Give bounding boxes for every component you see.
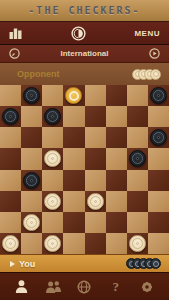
square-r0c4[interactable] <box>85 85 106 106</box>
square-r1c7[interactable] <box>148 106 169 127</box>
black-man[interactable] <box>44 108 61 125</box>
square-r7c2[interactable] <box>42 233 63 254</box>
leaderboard-icon[interactable] <box>9 27 22 39</box>
you-captured-tray <box>126 258 161 269</box>
square-r0c6[interactable] <box>127 85 148 106</box>
square-r0c0[interactable] <box>0 85 21 106</box>
top-nav-bar: MENU <box>0 22 169 44</box>
square-r4c1[interactable] <box>21 170 42 191</box>
captured-black-chip <box>150 258 161 269</box>
opponent-label: Opponent <box>17 69 60 79</box>
square-r5c7[interactable] <box>148 191 169 212</box>
opponent-captured-tray <box>132 69 161 80</box>
square-r2c2[interactable] <box>42 127 63 148</box>
square-r4c4[interactable] <box>85 170 106 191</box>
turn-arrow-icon <box>10 261 15 267</box>
square-r7c5[interactable] <box>106 233 127 254</box>
white-man[interactable] <box>2 235 19 252</box>
square-r4c0[interactable] <box>0 170 21 191</box>
square-r3c3[interactable] <box>63 148 84 169</box>
square-r5c3[interactable] <box>63 191 84 212</box>
piece-color-indicator-icon[interactable] <box>71 26 86 41</box>
board[interactable] <box>0 85 169 254</box>
square-r0c2[interactable] <box>42 85 63 106</box>
square-r7c7[interactable] <box>148 233 169 254</box>
game-clock-icon[interactable] <box>9 48 20 59</box>
square-r2c4[interactable] <box>85 127 106 148</box>
square-r1c4[interactable] <box>85 106 106 127</box>
square-r7c0[interactable] <box>0 233 21 254</box>
black-man[interactable] <box>23 172 40 189</box>
square-r3c0[interactable] <box>0 148 21 169</box>
white-man[interactable] <box>44 235 61 252</box>
square-r5c4[interactable] <box>85 191 106 212</box>
black-man[interactable] <box>23 87 40 104</box>
checkers-app: -THE CHECKERS- MENU Internat <box>0 0 169 300</box>
square-r0c7[interactable] <box>148 85 169 106</box>
mode-bar: International <box>0 44 169 62</box>
square-r4c5[interactable] <box>106 170 127 191</box>
square-r4c3[interactable] <box>63 170 84 191</box>
square-r7c1[interactable] <box>21 233 42 254</box>
square-r3c2[interactable] <box>42 148 63 169</box>
single-player-icon[interactable] <box>12 277 32 297</box>
square-r3c6[interactable] <box>127 148 148 169</box>
square-r3c4[interactable] <box>85 148 106 169</box>
white-king[interactable] <box>65 87 82 104</box>
white-man[interactable] <box>23 214 40 231</box>
square-r1c5[interactable] <box>106 106 127 127</box>
settings-icon[interactable] <box>137 277 157 297</box>
square-r6c7[interactable] <box>148 212 169 233</box>
square-r1c1[interactable] <box>21 106 42 127</box>
square-r5c5[interactable] <box>106 191 127 212</box>
square-r4c6[interactable] <box>127 170 148 191</box>
square-r7c6[interactable] <box>127 233 148 254</box>
square-r6c6[interactable] <box>127 212 148 233</box>
square-r6c3[interactable] <box>63 212 84 233</box>
white-man[interactable] <box>87 193 104 210</box>
black-man[interactable] <box>129 150 146 167</box>
white-man[interactable] <box>44 150 61 167</box>
square-r6c4[interactable] <box>85 212 106 233</box>
square-r2c6[interactable] <box>127 127 148 148</box>
square-r4c2[interactable] <box>42 170 63 191</box>
title-bar: -THE CHECKERS- <box>0 0 169 22</box>
square-r6c2[interactable] <box>42 212 63 233</box>
variant-label[interactable]: International <box>60 49 108 58</box>
square-r2c0[interactable] <box>0 127 21 148</box>
two-players-icon[interactable] <box>43 277 63 297</box>
square-r3c7[interactable] <box>148 148 169 169</box>
opponent-bar: Opponent <box>0 62 169 85</box>
square-r2c5[interactable] <box>106 127 127 148</box>
square-r0c5[interactable] <box>106 85 127 106</box>
bottom-toolbar: ? <box>0 272 169 300</box>
square-r2c3[interactable] <box>63 127 84 148</box>
white-man[interactable] <box>129 235 146 252</box>
square-r0c1[interactable] <box>21 85 42 106</box>
square-r6c0[interactable] <box>0 212 21 233</box>
square-r4c7[interactable] <box>148 170 169 191</box>
square-r2c1[interactable] <box>21 127 42 148</box>
captured-white-chip <box>150 69 161 80</box>
square-r6c1[interactable] <box>21 212 42 233</box>
square-r5c0[interactable] <box>0 191 21 212</box>
square-r3c5[interactable] <box>106 148 127 169</box>
square-r7c3[interactable] <box>63 233 84 254</box>
square-r2c7[interactable] <box>148 127 169 148</box>
square-r5c2[interactable] <box>42 191 63 212</box>
you-bar: You <box>0 254 169 272</box>
square-r1c6[interactable] <box>127 106 148 127</box>
you-label: You <box>19 259 35 269</box>
white-man[interactable] <box>44 193 61 210</box>
square-r5c6[interactable] <box>127 191 148 212</box>
square-r1c0[interactable] <box>0 106 21 127</box>
play-icon[interactable] <box>149 48 160 59</box>
black-man[interactable] <box>150 129 167 146</box>
online-icon[interactable] <box>74 277 94 297</box>
square-r5c1[interactable] <box>21 191 42 212</box>
square-r7c4[interactable] <box>85 233 106 254</box>
square-r0c3[interactable] <box>63 85 84 106</box>
black-man[interactable] <box>2 108 19 125</box>
square-r1c3[interactable] <box>63 106 84 127</box>
help-icon[interactable]: ? <box>106 277 126 297</box>
app-title: -THE CHECKERS- <box>28 5 140 16</box>
menu-button[interactable]: MENU <box>134 29 160 38</box>
black-man[interactable] <box>150 87 167 104</box>
square-r1c2[interactable] <box>42 106 63 127</box>
square-r6c5[interactable] <box>106 212 127 233</box>
square-r3c1[interactable] <box>21 148 42 169</box>
